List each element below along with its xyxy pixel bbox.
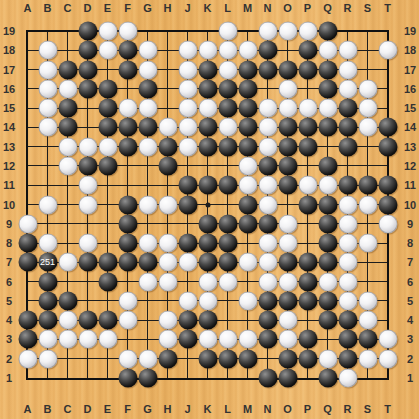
- stone-P13-black[interactable]: [298, 137, 317, 156]
- stone-E19-white[interactable]: [98, 22, 117, 41]
- stone-C3-white[interactable]: [58, 330, 77, 349]
- stone-O8-white[interactable]: [278, 234, 297, 253]
- stone-O15-white[interactable]: [278, 99, 297, 118]
- row-label-left: 4: [6, 314, 12, 326]
- stone-E18-white[interactable]: [98, 41, 117, 60]
- stone-B2-white[interactable]: [38, 349, 57, 368]
- stone-N10-white[interactable]: [258, 195, 277, 214]
- row-label-left: 16: [3, 83, 15, 95]
- stone-S11-black[interactable]: [358, 176, 377, 195]
- column-label-top: B: [44, 2, 52, 14]
- stone-J14-white[interactable]: [178, 118, 197, 137]
- column-label-bottom: E: [104, 403, 111, 415]
- stone-R13-black[interactable]: [338, 137, 357, 156]
- stone-R4-black[interactable]: [338, 311, 357, 330]
- stone-P2-black[interactable]: [298, 349, 317, 368]
- column-label-top: D: [84, 2, 92, 14]
- stone-Q11-white[interactable]: [318, 176, 337, 195]
- stone-N6-white[interactable]: [258, 272, 277, 291]
- stone-N8-white[interactable]: [258, 234, 277, 253]
- stone-S8-white[interactable]: [358, 234, 377, 253]
- stone-M5-white[interactable]: [238, 291, 257, 310]
- stone-D13-white[interactable]: [78, 137, 97, 156]
- stone-Q15-white[interactable]: [318, 99, 337, 118]
- stone-G16-black[interactable]: [138, 79, 157, 98]
- stone-D8-white[interactable]: [78, 234, 97, 253]
- stone-F1-black[interactable]: [118, 369, 137, 388]
- stone-R8-white[interactable]: [338, 234, 357, 253]
- column-label-bottom: K: [204, 403, 212, 415]
- stone-K7-black[interactable]: [198, 253, 217, 272]
- stone-A4-black[interactable]: [18, 311, 37, 330]
- row-label-right: 12: [404, 160, 416, 172]
- stone-E16-black[interactable]: [98, 79, 117, 98]
- row-label-left: 17: [3, 64, 15, 76]
- stone-E14-black[interactable]: [98, 118, 117, 137]
- stone-J13-white[interactable]: [178, 137, 197, 156]
- stone-R7-white[interactable]: [338, 253, 357, 272]
- stone-R10-white[interactable]: [338, 195, 357, 214]
- stone-D10-white[interactable]: [78, 195, 97, 214]
- stone-R11-black[interactable]: [338, 176, 357, 195]
- row-label-right: 2: [407, 353, 413, 365]
- row-label-right: 5: [407, 295, 413, 307]
- stone-Q18-white[interactable]: [318, 41, 337, 60]
- stone-E6-black[interactable]: [98, 272, 117, 291]
- stone-R1-white[interactable]: [338, 369, 357, 388]
- go-board[interactable]: AABBCCDDEEFFGGHHJJKKLLMMNNOOPPQQRRSSTT19…: [0, 0, 419, 419]
- column-label-top: A: [24, 2, 32, 14]
- stone-B10-white[interactable]: [38, 195, 57, 214]
- stone-L15-black[interactable]: [218, 99, 237, 118]
- column-label-bottom: P: [304, 403, 311, 415]
- stone-P7-black[interactable]: [298, 253, 317, 272]
- stone-H10-white[interactable]: [158, 195, 177, 214]
- stone-K5-white[interactable]: [198, 291, 217, 310]
- row-label-left: 10: [3, 199, 15, 211]
- stone-Q6-white[interactable]: [318, 272, 337, 291]
- row-label-right: 18: [404, 44, 416, 56]
- row-label-left: 18: [3, 44, 15, 56]
- stone-N9-black[interactable]: [258, 214, 277, 233]
- stone-L19-white[interactable]: [218, 22, 237, 41]
- stone-Q7-black[interactable]: [318, 253, 337, 272]
- stone-O16-white[interactable]: [278, 79, 297, 98]
- stone-E4-black[interactable]: [98, 311, 117, 330]
- stone-O2-black[interactable]: [278, 349, 297, 368]
- stone-F2-white[interactable]: [118, 349, 137, 368]
- stone-Q12-black[interactable]: [318, 156, 337, 175]
- stone-D17-black[interactable]: [78, 60, 97, 79]
- stone-C5-black[interactable]: [58, 291, 77, 310]
- stone-F8-black[interactable]: [118, 234, 137, 253]
- stone-T10-black[interactable]: [378, 195, 397, 214]
- stone-K18-white[interactable]: [198, 41, 217, 60]
- stone-J11-black[interactable]: [178, 176, 197, 195]
- stone-F10-black[interactable]: [118, 195, 137, 214]
- stone-Q4-black[interactable]: [318, 311, 337, 330]
- stone-D11-white[interactable]: [78, 176, 97, 195]
- stone-K9-black[interactable]: [198, 214, 217, 233]
- stone-L3-white[interactable]: [218, 330, 237, 349]
- row-label-right: 4: [407, 314, 413, 326]
- stone-P14-black[interactable]: [298, 118, 317, 137]
- stone-D19-black[interactable]: [78, 22, 97, 41]
- row-label-right: 6: [407, 276, 413, 288]
- stone-Q8-black[interactable]: [318, 234, 337, 253]
- stone-N3-black[interactable]: [258, 330, 277, 349]
- stone-D16-black[interactable]: [78, 79, 97, 98]
- column-label-top: M: [243, 2, 252, 14]
- stone-P10-black[interactable]: [298, 195, 317, 214]
- column-label-bottom: L: [224, 403, 231, 415]
- stone-R9-white[interactable]: [338, 214, 357, 233]
- stone-M14-black[interactable]: [238, 118, 257, 137]
- stone-G15-white[interactable]: [138, 99, 157, 118]
- column-label-bottom: Q: [323, 403, 332, 415]
- stone-L14-white[interactable]: [218, 118, 237, 137]
- stone-C16-white[interactable]: [58, 79, 77, 98]
- stone-T2-white[interactable]: [378, 349, 397, 368]
- stone-T9-white[interactable]: [378, 214, 397, 233]
- stone-K11-black[interactable]: [198, 176, 217, 195]
- stone-R2-black[interactable]: [338, 349, 357, 368]
- stone-T11-black[interactable]: [378, 176, 397, 195]
- row-label-right: 17: [404, 64, 416, 76]
- stone-F14-black[interactable]: [118, 118, 137, 137]
- stone-O6-white[interactable]: [278, 272, 297, 291]
- stone-R16-white[interactable]: [338, 79, 357, 98]
- column-label-top: T: [384, 2, 391, 14]
- stone-E13-white[interactable]: [98, 137, 117, 156]
- stone-O13-black[interactable]: [278, 137, 297, 156]
- stone-B14-white[interactable]: [38, 118, 57, 137]
- stone-K13-black[interactable]: [198, 137, 217, 156]
- stone-C15-black[interactable]: [58, 99, 77, 118]
- stone-J3-black[interactable]: [178, 330, 197, 349]
- stone-B8-white[interactable]: [38, 234, 57, 253]
- stone-F15-white[interactable]: [118, 99, 137, 118]
- stone-J17-white[interactable]: [178, 60, 197, 79]
- stone-J18-white[interactable]: [178, 41, 197, 60]
- stone-D3-white[interactable]: [78, 330, 97, 349]
- stone-O3-white[interactable]: [278, 330, 297, 349]
- stone-K15-white[interactable]: [198, 99, 217, 118]
- stone-F4-white[interactable]: [118, 311, 137, 330]
- stone-T3-white[interactable]: [378, 330, 397, 349]
- stone-N18-black[interactable]: [258, 41, 277, 60]
- stone-P6-black[interactable]: [298, 272, 317, 291]
- stone-J4-black[interactable]: [178, 311, 197, 330]
- stone-N4-black[interactable]: [258, 311, 277, 330]
- stone-F17-black[interactable]: [118, 60, 137, 79]
- stone-Q19-black[interactable]: [318, 22, 337, 41]
- stone-L8-black[interactable]: [218, 234, 237, 253]
- stone-D18-black[interactable]: [78, 41, 97, 60]
- row-label-right: 10: [404, 199, 416, 211]
- stone-M16-black[interactable]: [238, 79, 257, 98]
- stone-C13-white[interactable]: [58, 137, 77, 156]
- stone-N1-black[interactable]: [258, 369, 277, 388]
- column-label-top: O: [283, 2, 292, 14]
- stone-S4-white[interactable]: [358, 311, 377, 330]
- stone-H3-white[interactable]: [158, 330, 177, 349]
- stone-S15-white[interactable]: [358, 99, 377, 118]
- stone-S10-white[interactable]: [358, 195, 377, 214]
- stone-J8-black[interactable]: [178, 234, 197, 253]
- stone-N13-white[interactable]: [258, 137, 277, 156]
- row-label-left: 7: [6, 256, 12, 268]
- stone-Q2-white[interactable]: [318, 349, 337, 368]
- stone-O11-black[interactable]: [278, 176, 297, 195]
- stone-G1-black[interactable]: [138, 369, 157, 388]
- stone-B15-white[interactable]: [38, 99, 57, 118]
- column-label-bottom: D: [84, 403, 92, 415]
- row-label-left: 1: [6, 372, 12, 384]
- stone-C4-white[interactable]: [58, 311, 77, 330]
- column-label-top: Q: [323, 2, 332, 14]
- stone-P15-white[interactable]: [298, 99, 317, 118]
- star-point: [205, 202, 210, 207]
- stone-E3-white[interactable]: [98, 330, 117, 349]
- stone-S16-white[interactable]: [358, 79, 377, 98]
- row-label-right: 19: [404, 25, 416, 37]
- column-label-top: P: [304, 2, 311, 14]
- stone-J5-white[interactable]: [178, 291, 197, 310]
- stone-M15-black[interactable]: [238, 99, 257, 118]
- stone-S5-white[interactable]: [358, 291, 377, 310]
- stone-H6-white[interactable]: [158, 272, 177, 291]
- stone-M9-black[interactable]: [238, 214, 257, 233]
- stone-N19-white[interactable]: [258, 22, 277, 41]
- stone-R15-black[interactable]: [338, 99, 357, 118]
- column-label-bottom: T: [384, 403, 391, 415]
- stone-O14-black[interactable]: [278, 118, 297, 137]
- stone-L7-black[interactable]: [218, 253, 237, 272]
- stone-N14-white[interactable]: [258, 118, 277, 137]
- stone-J7-white[interactable]: [178, 253, 197, 272]
- stone-L18-white[interactable]: [218, 41, 237, 60]
- stone-F5-white[interactable]: [118, 291, 137, 310]
- stone-K4-black[interactable]: [198, 311, 217, 330]
- stone-G2-white[interactable]: [138, 349, 157, 368]
- column-label-top: E: [104, 2, 111, 14]
- stone-L13-black[interactable]: [218, 137, 237, 156]
- stone-G7-black[interactable]: [138, 253, 157, 272]
- row-label-right: 16: [404, 83, 416, 95]
- stone-M17-black[interactable]: [238, 60, 257, 79]
- stone-M7-white[interactable]: [238, 253, 257, 272]
- stone-S2-white[interactable]: [358, 349, 377, 368]
- stone-L6-white[interactable]: [218, 272, 237, 291]
- stone-G13-white[interactable]: [138, 137, 157, 156]
- stone-K8-black[interactable]: [198, 234, 217, 253]
- stone-H7-white[interactable]: [158, 253, 177, 272]
- stone-N12-black[interactable]: [258, 156, 277, 175]
- stone-Q1-black[interactable]: [318, 369, 337, 388]
- stone-M11-white[interactable]: [238, 176, 257, 195]
- stone-N17-black[interactable]: [258, 60, 277, 79]
- stone-F19-white[interactable]: [118, 22, 137, 41]
- stone-T13-black[interactable]: [378, 137, 397, 156]
- stone-G8-white[interactable]: [138, 234, 157, 253]
- stone-H14-white[interactable]: [158, 118, 177, 137]
- stone-H12-black[interactable]: [158, 156, 177, 175]
- stone-B5-black[interactable]: [38, 291, 57, 310]
- stone-D7-black[interactable]: [78, 253, 97, 272]
- row-label-right: 15: [404, 102, 416, 114]
- stone-M12-white[interactable]: [238, 156, 257, 175]
- stone-J15-white[interactable]: [178, 99, 197, 118]
- row-label-right: 8: [407, 237, 413, 249]
- stone-A8-black[interactable]: [18, 234, 37, 253]
- stone-C7-white[interactable]: [58, 253, 77, 272]
- stone-C17-black[interactable]: [58, 60, 77, 79]
- stone-O4-white[interactable]: [278, 311, 297, 330]
- stone-S14-white[interactable]: [358, 118, 377, 137]
- row-label-left: 6: [6, 276, 12, 288]
- stone-M18-white[interactable]: [238, 41, 257, 60]
- stone-E15-black[interactable]: [98, 99, 117, 118]
- stone-O12-black[interactable]: [278, 156, 297, 175]
- stone-P19-white[interactable]: [298, 22, 317, 41]
- stone-O9-white[interactable]: [278, 214, 297, 233]
- stone-R6-white[interactable]: [338, 272, 357, 291]
- stone-L2-black[interactable]: [218, 349, 237, 368]
- stone-O1-black[interactable]: [278, 369, 297, 388]
- stone-K17-black[interactable]: [198, 60, 217, 79]
- stone-K16-black[interactable]: [198, 79, 217, 98]
- row-label-left: 19: [3, 25, 15, 37]
- stone-G14-black[interactable]: [138, 118, 157, 137]
- stone-H2-black[interactable]: [158, 349, 177, 368]
- stone-R5-white[interactable]: [338, 291, 357, 310]
- stone-N15-white[interactable]: [258, 99, 277, 118]
- stone-G18-white[interactable]: [138, 41, 157, 60]
- stone-F18-black[interactable]: [118, 41, 137, 60]
- stone-G6-white[interactable]: [138, 272, 157, 291]
- stone-A2-white[interactable]: [18, 349, 37, 368]
- stone-B4-black[interactable]: [38, 311, 57, 330]
- stone-Q17-black[interactable]: [318, 60, 337, 79]
- stone-D4-black[interactable]: [78, 311, 97, 330]
- stone-N7-white[interactable]: [258, 253, 277, 272]
- stone-F7-black[interactable]: [118, 253, 137, 272]
- stone-J16-white[interactable]: [178, 79, 197, 98]
- stone-B6-black[interactable]: [38, 272, 57, 291]
- stone-R17-white[interactable]: [338, 60, 357, 79]
- stone-P11-white[interactable]: [298, 176, 317, 195]
- stone-B3-white[interactable]: [38, 330, 57, 349]
- stone-P5-black[interactable]: [298, 291, 317, 310]
- stone-L16-black[interactable]: [218, 79, 237, 98]
- stone-Q14-black[interactable]: [318, 118, 337, 137]
- column-label-bottom: F: [124, 403, 131, 415]
- row-label-right: 14: [404, 121, 416, 133]
- stone-H4-white[interactable]: [158, 311, 177, 330]
- column-label-top: H: [164, 2, 172, 14]
- stone-Q5-black[interactable]: [318, 291, 337, 310]
- row-label-right: 11: [404, 179, 416, 191]
- stone-H8-white[interactable]: [158, 234, 177, 253]
- column-label-top: G: [143, 2, 152, 14]
- stone-M2-black[interactable]: [238, 349, 257, 368]
- stone-O19-white[interactable]: [278, 22, 297, 41]
- stone-O17-black[interactable]: [278, 60, 297, 79]
- stone-G17-white[interactable]: [138, 60, 157, 79]
- stone-R3-black[interactable]: [338, 330, 357, 349]
- stone-T14-black[interactable]: [378, 118, 397, 137]
- stone-K14-black[interactable]: [198, 118, 217, 137]
- stone-L11-black[interactable]: [218, 176, 237, 195]
- stone-E12-black[interactable]: [98, 156, 117, 175]
- stone-J10-black[interactable]: [178, 195, 197, 214]
- stone-B16-white[interactable]: [38, 79, 57, 98]
- stone-E7-black[interactable]: [98, 253, 117, 272]
- stone-B18-white[interactable]: [38, 41, 57, 60]
- column-label-top: R: [344, 2, 352, 14]
- column-label-top: K: [204, 2, 212, 14]
- row-label-left: 12: [3, 160, 15, 172]
- row-label-left: 2: [6, 353, 12, 365]
- column-label-top: F: [124, 2, 131, 14]
- stone-M3-white[interactable]: [238, 330, 257, 349]
- column-label-bottom: H: [164, 403, 172, 415]
- column-label-bottom: B: [44, 403, 52, 415]
- stone-M13-black[interactable]: [238, 137, 257, 156]
- stone-C12-white[interactable]: [58, 156, 77, 175]
- stone-N5-black[interactable]: [258, 291, 277, 310]
- stone-Q9-black[interactable]: [318, 214, 337, 233]
- column-label-top: N: [264, 2, 272, 14]
- stone-B17-white[interactable]: [38, 60, 57, 79]
- stone-D12-black[interactable]: [78, 156, 97, 175]
- stone-H13-black[interactable]: [158, 137, 177, 156]
- stone-P17-black[interactable]: [298, 60, 317, 79]
- stone-R14-black[interactable]: [338, 118, 357, 137]
- stone-C14-black[interactable]: [58, 118, 77, 137]
- stone-Q16-black[interactable]: [318, 79, 337, 98]
- stone-F9-black[interactable]: [118, 214, 137, 233]
- stone-L9-black[interactable]: [218, 214, 237, 233]
- row-label-left: 11: [3, 179, 15, 191]
- stone-R18-white[interactable]: [338, 41, 357, 60]
- stone-P18-black[interactable]: [298, 41, 317, 60]
- stone-G10-white[interactable]: [138, 195, 157, 214]
- stone-A3-black[interactable]: [18, 330, 37, 349]
- stone-K3-white[interactable]: [198, 330, 217, 349]
- stone-K6-white[interactable]: [198, 272, 217, 291]
- stone-O7-black[interactable]: [278, 253, 297, 272]
- stone-M10-black[interactable]: [238, 195, 257, 214]
- stone-O5-black[interactable]: [278, 291, 297, 310]
- stone-A7-black[interactable]: [18, 253, 37, 272]
- column-label-bottom: A: [24, 403, 32, 415]
- stone-F13-black[interactable]: [118, 137, 137, 156]
- row-label-left: 15: [3, 102, 15, 114]
- stone-N11-white[interactable]: [258, 176, 277, 195]
- column-label-bottom: C: [64, 403, 72, 415]
- stone-S3-black[interactable]: [358, 330, 377, 349]
- stone-L17-white[interactable]: [218, 60, 237, 79]
- stone-T18-white[interactable]: [378, 41, 397, 60]
- stone-Q10-black[interactable]: [318, 195, 337, 214]
- column-label-bottom: O: [283, 403, 292, 415]
- stone-P3-black[interactable]: [298, 330, 317, 349]
- stone-K2-black[interactable]: [198, 349, 217, 368]
- stone-A9-white[interactable]: [18, 214, 37, 233]
- row-label-left: 3: [6, 333, 12, 345]
